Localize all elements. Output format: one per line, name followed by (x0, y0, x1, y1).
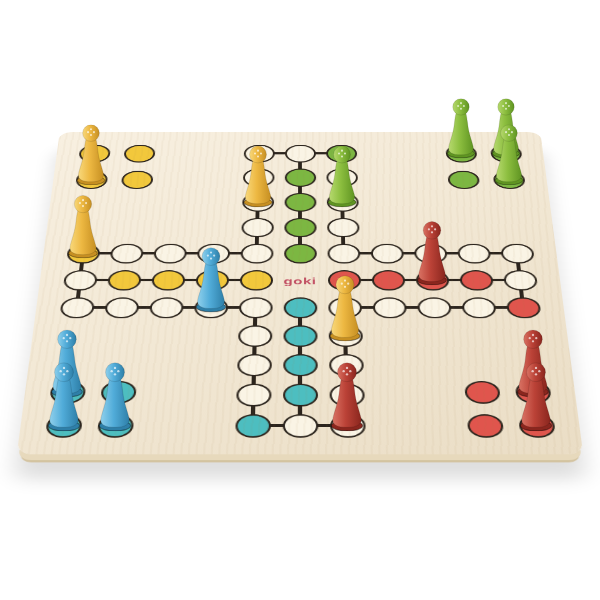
start-circle-green[interactable] (445, 144, 477, 162)
track-cell[interactable] (372, 297, 406, 318)
track-cell[interactable] (417, 297, 452, 318)
track-cell[interactable] (502, 270, 537, 290)
start-circle-green[interactable] (492, 170, 525, 188)
track-cell[interactable] (59, 297, 95, 318)
track-cell[interactable] (149, 297, 184, 318)
home-cell-red[interactable] (371, 270, 405, 290)
home-cell-teal[interactable] (283, 325, 317, 346)
home-cell-teal[interactable] (283, 354, 318, 376)
home-cell-yellow[interactable] (195, 270, 229, 290)
track-cell[interactable] (370, 243, 403, 263)
entry-cell-blue[interactable] (235, 414, 271, 437)
home-cell-green[interactable] (284, 243, 317, 263)
track-cell[interactable] (242, 168, 274, 186)
track-cell[interactable] (326, 193, 358, 212)
start-circle-red[interactable] (517, 414, 555, 437)
home-cell-red[interactable] (459, 270, 494, 290)
track-cell[interactable] (240, 243, 273, 263)
track-cell[interactable] (241, 218, 274, 237)
track-cell[interactable] (62, 270, 97, 290)
start-circle-blue[interactable] (49, 381, 86, 404)
home-cell-yellow[interactable] (151, 270, 185, 290)
start-circle-blue[interactable] (100, 381, 137, 404)
start-circle-red[interactable] (514, 381, 551, 404)
home-cell-red[interactable] (327, 270, 360, 290)
start-circle-blue[interactable] (44, 414, 82, 437)
track-cell[interactable] (500, 243, 535, 263)
track-cell[interactable] (193, 297, 227, 318)
entry-cell-red[interactable] (505, 297, 541, 318)
ludo-board: goki (17, 132, 583, 454)
start-circle-yellow[interactable] (123, 144, 155, 162)
start-circle-red[interactable] (464, 381, 501, 404)
track-cell[interactable] (243, 144, 274, 162)
track-cell[interactable] (242, 193, 274, 212)
entry-cell-green[interactable] (326, 144, 357, 162)
track-cell[interactable] (327, 243, 360, 263)
track-cell[interactable] (327, 218, 360, 237)
track-cell[interactable] (109, 243, 143, 263)
track-cell[interactable] (413, 243, 447, 263)
goki-logo: goki (265, 276, 335, 286)
home-cell-green[interactable] (284, 168, 315, 186)
track-cell[interactable] (328, 297, 362, 318)
entry-cell-yellow[interactable] (66, 243, 101, 263)
track-cell[interactable] (457, 243, 491, 263)
track-cell[interactable] (237, 325, 271, 346)
track-cell[interactable] (329, 383, 364, 406)
home-cell-green[interactable] (284, 193, 316, 212)
start-circle-blue[interactable] (96, 414, 134, 437)
track-cell[interactable] (329, 414, 365, 437)
track-cell[interactable] (284, 144, 315, 162)
track-cell[interactable] (328, 325, 362, 346)
track-cell[interactable] (237, 354, 272, 376)
track-cell[interactable] (461, 297, 496, 318)
track-cell[interactable] (236, 383, 271, 406)
start-circle-green[interactable] (447, 170, 480, 188)
home-cell-yellow[interactable] (106, 270, 141, 290)
start-circle-red[interactable] (466, 414, 504, 437)
track-cell[interactable] (104, 297, 139, 318)
track-cell[interactable] (153, 243, 187, 263)
track-cell[interactable] (238, 297, 272, 318)
track-cell[interactable] (196, 243, 229, 263)
track-cell[interactable] (326, 168, 358, 186)
track-cell[interactable] (329, 354, 364, 376)
home-cell-green[interactable] (284, 218, 316, 237)
start-circle-green[interactable] (489, 144, 522, 162)
start-circle-yellow[interactable] (78, 144, 111, 162)
product-photo: goki (0, 0, 600, 600)
home-cell-teal[interactable] (283, 297, 317, 318)
start-circle-yellow[interactable] (75, 170, 108, 188)
home-cell-teal[interactable] (282, 383, 317, 406)
track-cell[interactable] (282, 414, 318, 437)
start-circle-yellow[interactable] (120, 170, 153, 188)
home-cell-red[interactable] (415, 270, 449, 290)
home-cell-yellow[interactable] (239, 270, 272, 290)
